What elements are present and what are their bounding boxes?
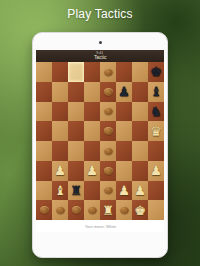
square-a4[interactable]: [36, 141, 52, 161]
piece-white-pawn-d3[interactable]: ♟: [86, 164, 98, 177]
square-a3[interactable]: [36, 161, 52, 181]
square-b8[interactable]: [52, 62, 68, 82]
piece-white-pawn-f2[interactable]: ♟: [118, 184, 130, 197]
square-e8[interactable]: [100, 62, 116, 82]
move-hint-disc-b1[interactable]: [56, 206, 65, 214]
move-hint-disc-a1[interactable]: [40, 206, 49, 214]
square-f7[interactable]: ♟: [116, 82, 132, 102]
piece-white-king-g1[interactable]: ♚: [134, 204, 146, 217]
square-d3[interactable]: ♟: [84, 161, 100, 181]
square-f4[interactable]: [116, 141, 132, 161]
square-g3[interactable]: [132, 161, 148, 181]
move-hint-disc-e7[interactable]: [104, 88, 113, 96]
square-f6[interactable]: [116, 102, 132, 122]
status-bar-time: 9:41: [96, 52, 103, 54]
square-e5[interactable]: [100, 121, 116, 141]
app-store-screenshot: Play Tactics 9:41 Tactic ♚♟♝♞♛♟♟♟♝♜♟♟♜♚ …: [0, 0, 200, 266]
top-toolbar: 9:41 Tactic: [36, 50, 164, 62]
square-h3[interactable]: ♟: [148, 161, 164, 181]
piece-black-knight-h6[interactable]: ♞: [150, 105, 162, 118]
tablet-device-frame: 9:41 Tactic ♚♟♝♞♛♟♟♟♝♜♟♟♜♚ Your move: Wh…: [32, 32, 168, 258]
square-h7[interactable]: ♝: [148, 82, 164, 102]
square-a6[interactable]: [36, 102, 52, 122]
square-a8[interactable]: [36, 62, 52, 82]
piece-white-pawn-b3[interactable]: ♟: [54, 164, 66, 177]
square-c1[interactable]: [68, 200, 84, 220]
square-d8[interactable]: [84, 62, 100, 82]
app-screen: 9:41 Tactic ♚♟♝♞♛♟♟♟♝♜♟♟♜♚ Your move: Wh…: [36, 50, 164, 232]
square-c3[interactable]: [68, 161, 84, 181]
move-hint-disc-e3[interactable]: [104, 167, 113, 175]
square-c6[interactable]: [68, 102, 84, 122]
square-b1[interactable]: [52, 200, 68, 220]
page-title: Play Tactics: [0, 7, 200, 21]
piece-white-pawn-g2[interactable]: ♟: [134, 184, 146, 197]
move-status-text: Your move: White: [84, 224, 115, 229]
square-h8[interactable]: ♚: [148, 62, 164, 82]
move-hint-disc-f1[interactable]: [120, 206, 129, 214]
square-a5[interactable]: [36, 121, 52, 141]
square-c8[interactable]: [68, 62, 84, 82]
square-c5[interactable]: [68, 121, 84, 141]
square-d6[interactable]: [84, 102, 100, 122]
square-f1[interactable]: [116, 200, 132, 220]
piece-black-rook-c2[interactable]: ♜: [70, 184, 82, 197]
square-b2[interactable]: ♝: [52, 181, 68, 201]
square-e2[interactable]: [100, 181, 116, 201]
square-f5[interactable]: [116, 121, 132, 141]
square-b5[interactable]: [52, 121, 68, 141]
piece-black-bishop-h7[interactable]: ♝: [150, 85, 162, 98]
square-c2[interactable]: ♜: [68, 181, 84, 201]
square-h4[interactable]: [148, 141, 164, 161]
square-c4[interactable]: [68, 141, 84, 161]
move-hint-disc-e2[interactable]: [104, 186, 113, 194]
square-d1[interactable]: [84, 200, 100, 220]
square-g6[interactable]: [132, 102, 148, 122]
square-a2[interactable]: [36, 181, 52, 201]
move-hint-disc-d1[interactable]: [88, 206, 97, 214]
square-h5[interactable]: ♛: [148, 121, 164, 141]
square-b7[interactable]: [52, 82, 68, 102]
square-a7[interactable]: [36, 82, 52, 102]
move-hint-disc-e8[interactable]: [104, 68, 113, 76]
square-b4[interactable]: [52, 141, 68, 161]
square-e1[interactable]: ♜: [100, 200, 116, 220]
square-g1[interactable]: ♚: [132, 200, 148, 220]
piece-white-queen-h5[interactable]: ♛: [150, 125, 162, 138]
square-g7[interactable]: [132, 82, 148, 102]
move-hint-disc-e6[interactable]: [104, 107, 113, 115]
piece-black-king-h8[interactable]: ♚: [150, 65, 162, 78]
move-hint-disc-e5[interactable]: [104, 127, 113, 135]
status-footer: Your move: White: [36, 220, 164, 232]
square-h2[interactable]: [148, 181, 164, 201]
square-d5[interactable]: [84, 121, 100, 141]
square-g2[interactable]: ♟: [132, 181, 148, 201]
square-h6[interactable]: ♞: [148, 102, 164, 122]
square-e6[interactable]: [100, 102, 116, 122]
square-e3[interactable]: [100, 161, 116, 181]
chess-board: ♚♟♝♞♛♟♟♟♝♜♟♟♜♚: [36, 62, 164, 220]
piece-white-pawn-h3[interactable]: ♟: [150, 164, 162, 177]
square-f2[interactable]: ♟: [116, 181, 132, 201]
move-hint-disc-c1[interactable]: [72, 206, 81, 214]
square-d4[interactable]: [84, 141, 100, 161]
square-b6[interactable]: [52, 102, 68, 122]
square-e4[interactable]: [100, 141, 116, 161]
square-d2[interactable]: [84, 181, 100, 201]
square-b3[interactable]: ♟: [52, 161, 68, 181]
square-g5[interactable]: [132, 121, 148, 141]
piece-white-bishop-b2[interactable]: ♝: [54, 184, 66, 197]
front-camera-dot: [99, 41, 102, 44]
piece-white-rook-e1[interactable]: ♜: [102, 204, 114, 217]
square-g8[interactable]: [132, 62, 148, 82]
square-g4[interactable]: [132, 141, 148, 161]
move-hint-disc-e4[interactable]: [104, 147, 113, 155]
square-h1[interactable]: [148, 200, 164, 220]
square-e7[interactable]: [100, 82, 116, 102]
piece-black-pawn-f7[interactable]: ♟: [118, 85, 130, 98]
square-f8[interactable]: [116, 62, 132, 82]
square-c7[interactable]: [68, 82, 84, 102]
toolbar-title: Tactic: [94, 56, 107, 60]
square-d7[interactable]: [84, 82, 100, 102]
square-f3[interactable]: [116, 161, 132, 181]
square-a1[interactable]: [36, 200, 52, 220]
